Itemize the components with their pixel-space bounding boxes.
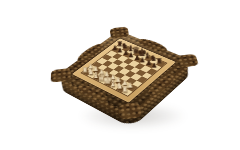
carved-frame: ♜♞♝♛♚♝♞♜♟♟♟♟♟♟♟♟♟♟♟♟♟♟♟♟♜♞♝♛♚♝♞♜ xyxy=(56,30,191,114)
square-d4 xyxy=(113,65,124,71)
carved-corner-point xyxy=(176,54,199,68)
square-g8: ♞ xyxy=(150,58,160,64)
square-a1: ♜ xyxy=(82,69,93,76)
carved-corner-point xyxy=(50,68,70,83)
square-d6 xyxy=(123,58,133,64)
chess-set-photo: ♜♞♝♛♚♝♞♜♟♟♟♟♟♟♟♟♟♟♟♟♟♟♟♟♜♞♝♛♚♝♞♜ xyxy=(0,0,240,150)
piece-white-rook: ♜ xyxy=(82,66,89,74)
chess-box: ♜♞♝♛♚♝♞♜♟♟♟♟♟♟♟♟♟♟♟♟♟♟♟♟♜♞♝♛♚♝♞♜ xyxy=(56,30,191,114)
piece-black-pawn: ♟ xyxy=(152,62,158,69)
square-c1: ♝ xyxy=(93,74,104,81)
carved-corner-point xyxy=(110,27,129,39)
piece-black-knight: ♞ xyxy=(150,55,157,63)
square-c3 xyxy=(103,67,114,74)
scene: ♜♞♝♛♚♝♞♜♟♟♟♟♟♟♟♟♟♟♟♟♟♟♟♟♜♞♝♛♚♝♞♜ xyxy=(76,20,172,116)
piece-white-pawn: ♟ xyxy=(87,63,93,69)
square-h4 xyxy=(137,76,148,83)
square-e4 xyxy=(119,68,130,75)
